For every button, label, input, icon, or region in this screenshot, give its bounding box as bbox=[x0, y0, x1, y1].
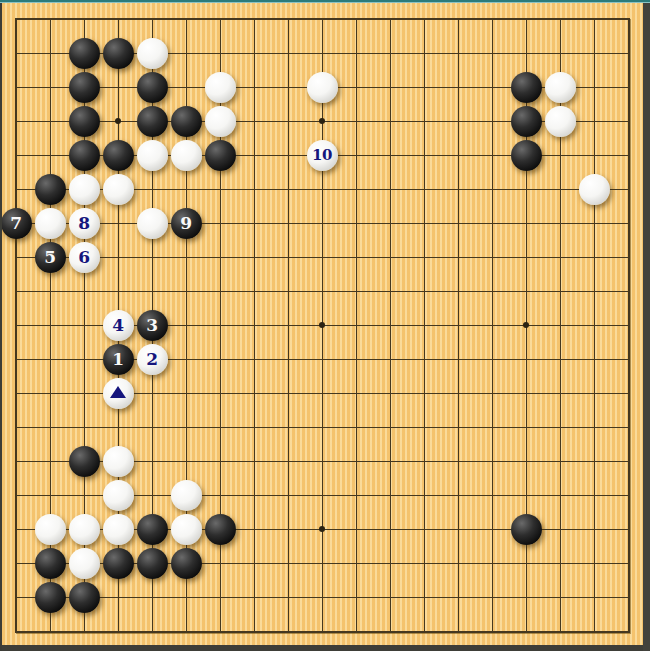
stone-black-move-7[interactable]: 7 bbox=[1, 208, 32, 239]
stone-black[interactable] bbox=[69, 446, 100, 477]
move-number-label: 2 bbox=[146, 351, 157, 368]
stone-white[interactable] bbox=[579, 174, 610, 205]
stone-black-move-9[interactable]: 9 bbox=[171, 208, 202, 239]
stone-black[interactable] bbox=[137, 548, 168, 579]
stone-white-move-6[interactable]: 6 bbox=[69, 242, 100, 273]
stone-white-move-4[interactable]: 4 bbox=[103, 310, 134, 341]
stone-white[interactable] bbox=[205, 106, 236, 137]
stone-white[interactable] bbox=[35, 514, 66, 545]
stone-black[interactable] bbox=[103, 38, 134, 69]
stone-white[interactable] bbox=[103, 514, 134, 545]
stone-black[interactable] bbox=[137, 514, 168, 545]
stone-black[interactable] bbox=[171, 106, 202, 137]
stone-black[interactable] bbox=[511, 140, 542, 171]
stone-black[interactable] bbox=[171, 548, 202, 579]
stone-black[interactable] bbox=[511, 106, 542, 137]
move-number-label: 7 bbox=[10, 215, 21, 232]
stone-white[interactable] bbox=[545, 106, 576, 137]
stone-white[interactable] bbox=[137, 140, 168, 171]
move-number-label: 10 bbox=[312, 148, 332, 163]
move-number-label: 3 bbox=[146, 317, 157, 334]
stone-black[interactable] bbox=[511, 514, 542, 545]
triangle-marker-icon bbox=[110, 386, 126, 398]
stone-black[interactable] bbox=[69, 140, 100, 171]
stone-white[interactable] bbox=[35, 208, 66, 239]
stone-black[interactable] bbox=[69, 106, 100, 137]
stone-white-move-2[interactable]: 2 bbox=[137, 344, 168, 375]
window-bottom-edge bbox=[0, 645, 650, 651]
stone-black[interactable] bbox=[205, 140, 236, 171]
window-left-edge bbox=[0, 3, 2, 651]
stone-white[interactable] bbox=[69, 174, 100, 205]
window-top-edge bbox=[0, 0, 650, 3]
stone-black[interactable] bbox=[103, 140, 134, 171]
stone-black[interactable] bbox=[35, 582, 66, 613]
stone-white[interactable] bbox=[171, 140, 202, 171]
stone-white[interactable] bbox=[69, 514, 100, 545]
move-number-label: 1 bbox=[112, 351, 123, 368]
stone-black-move-1[interactable]: 1 bbox=[103, 344, 134, 375]
stone-white[interactable] bbox=[103, 446, 134, 477]
go-app-window: 10789564312 bbox=[0, 0, 650, 651]
stone-black-move-5[interactable]: 5 bbox=[35, 242, 66, 273]
stone-white[interactable] bbox=[137, 208, 168, 239]
window-right-edge bbox=[643, 3, 650, 651]
move-number-label: 5 bbox=[44, 249, 55, 266]
stone-black[interactable] bbox=[137, 106, 168, 137]
stone-white[interactable] bbox=[545, 72, 576, 103]
stone-white[interactable] bbox=[137, 38, 168, 69]
stone-black[interactable] bbox=[103, 548, 134, 579]
stone-white[interactable] bbox=[103, 174, 134, 205]
stone-white[interactable] bbox=[69, 548, 100, 579]
stone-white-move-8[interactable]: 8 bbox=[69, 208, 100, 239]
move-number-label: 4 bbox=[112, 317, 123, 334]
stone-black[interactable] bbox=[69, 582, 100, 613]
stone-black[interactable] bbox=[205, 514, 236, 545]
stone-black[interactable] bbox=[69, 72, 100, 103]
go-board[interactable]: 10789564312 bbox=[0, 0, 650, 651]
move-number-label: 9 bbox=[180, 215, 191, 232]
stone-white[interactable] bbox=[171, 514, 202, 545]
stone-white[interactable] bbox=[307, 72, 338, 103]
stones-layer: 10789564312 bbox=[0, 2, 645, 648]
stone-black[interactable] bbox=[137, 72, 168, 103]
stone-black[interactable] bbox=[35, 174, 66, 205]
stone-white-move-10[interactable]: 10 bbox=[307, 140, 338, 171]
stone-white[interactable] bbox=[103, 480, 134, 511]
stone-black[interactable] bbox=[511, 72, 542, 103]
stone-white[interactable] bbox=[171, 480, 202, 511]
move-number-label: 6 bbox=[78, 249, 89, 266]
stone-black-move-3[interactable]: 3 bbox=[137, 310, 168, 341]
stone-white-marked[interactable] bbox=[103, 378, 134, 409]
stone-black[interactable] bbox=[35, 548, 66, 579]
stone-black[interactable] bbox=[69, 38, 100, 69]
stone-white[interactable] bbox=[205, 72, 236, 103]
move-number-label: 8 bbox=[78, 215, 89, 232]
